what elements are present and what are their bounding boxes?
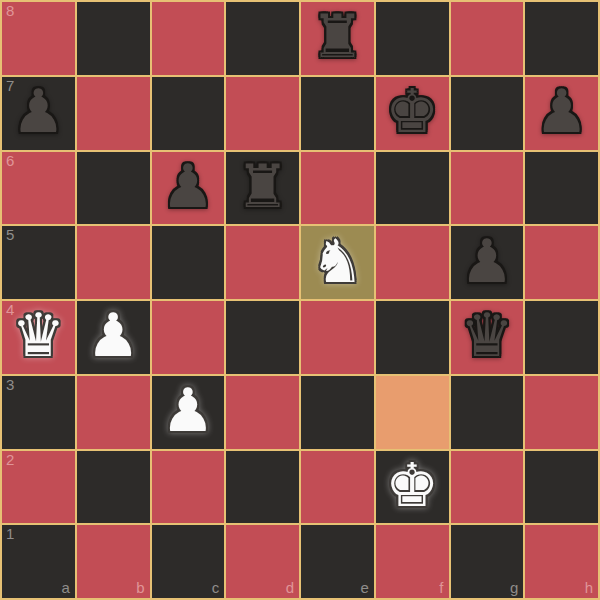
square-h7[interactable]: ♟	[525, 77, 598, 150]
white-pawn-icon[interactable]: ♟	[86, 305, 140, 365]
file-label-e: e	[360, 580, 368, 597]
black-rook-icon[interactable]: ♜	[310, 6, 364, 66]
square-a2[interactable]: 2	[2, 451, 75, 524]
square-b3[interactable]	[77, 376, 150, 449]
square-f5[interactable]	[376, 226, 449, 299]
white-king-icon[interactable]: ♚	[385, 455, 439, 515]
square-h1[interactable]: h	[525, 525, 598, 598]
square-e1[interactable]: e	[301, 525, 374, 598]
square-g4[interactable]: ♛	[451, 301, 524, 374]
file-label-c: c	[212, 580, 220, 597]
file-label-b: b	[136, 580, 144, 597]
file-label-g: g	[510, 580, 518, 597]
square-b6[interactable]	[77, 152, 150, 225]
square-h2[interactable]	[525, 451, 598, 524]
rank-label-5: 5	[6, 227, 14, 244]
square-b1[interactable]: b	[77, 525, 150, 598]
square-d7[interactable]	[226, 77, 299, 150]
chess-board: 8♜7♟♚♟6♟♜5♞♟4♛♟♛3♟2♚1abcdefgh	[0, 0, 600, 600]
file-label-h: h	[585, 580, 593, 597]
square-g7[interactable]	[451, 77, 524, 150]
square-f6[interactable]	[376, 152, 449, 225]
file-label-f: f	[439, 580, 443, 597]
square-a4[interactable]: 4♛	[2, 301, 75, 374]
rank-label-1: 1	[6, 526, 14, 543]
white-pawn-icon[interactable]: ♟	[161, 380, 215, 440]
square-a5[interactable]: 5	[2, 226, 75, 299]
square-h6[interactable]	[525, 152, 598, 225]
square-d4[interactable]	[226, 301, 299, 374]
square-d5[interactable]	[226, 226, 299, 299]
square-e6[interactable]	[301, 152, 374, 225]
square-g5[interactable]: ♟	[451, 226, 524, 299]
square-d3[interactable]	[226, 376, 299, 449]
square-g2[interactable]	[451, 451, 524, 524]
square-b5[interactable]	[77, 226, 150, 299]
square-h4[interactable]	[525, 301, 598, 374]
square-a6[interactable]: 6	[2, 152, 75, 225]
square-d1[interactable]: d	[226, 525, 299, 598]
square-a7[interactable]: 7♟	[2, 77, 75, 150]
square-f1[interactable]: f	[376, 525, 449, 598]
square-g6[interactable]	[451, 152, 524, 225]
square-c4[interactable]	[152, 301, 225, 374]
square-c5[interactable]	[152, 226, 225, 299]
rank-label-2: 2	[6, 452, 14, 469]
rank-label-8: 8	[6, 3, 14, 20]
square-h5[interactable]	[525, 226, 598, 299]
square-c1[interactable]: c	[152, 525, 225, 598]
rank-label-3: 3	[6, 377, 14, 394]
square-e2[interactable]	[301, 451, 374, 524]
square-e8[interactable]: ♜	[301, 2, 374, 75]
square-b4[interactable]: ♟	[77, 301, 150, 374]
black-king-icon[interactable]: ♚	[385, 81, 439, 141]
square-e4[interactable]	[301, 301, 374, 374]
square-f2[interactable]: ♚	[376, 451, 449, 524]
square-a3[interactable]: 3	[2, 376, 75, 449]
square-c7[interactable]	[152, 77, 225, 150]
black-queen-icon[interactable]: ♛	[460, 305, 514, 365]
white-queen-icon[interactable]: ♛	[11, 305, 65, 365]
square-a8[interactable]: 8	[2, 2, 75, 75]
square-e3[interactable]	[301, 376, 374, 449]
square-f8[interactable]	[376, 2, 449, 75]
square-b8[interactable]	[77, 2, 150, 75]
square-c2[interactable]	[152, 451, 225, 524]
square-e7[interactable]	[301, 77, 374, 150]
square-h8[interactable]	[525, 2, 598, 75]
black-pawn-icon[interactable]: ♟	[535, 81, 589, 141]
black-pawn-icon[interactable]: ♟	[161, 156, 215, 216]
square-c8[interactable]	[152, 2, 225, 75]
file-label-d: d	[286, 580, 294, 597]
square-f3[interactable]	[376, 376, 449, 449]
black-pawn-icon[interactable]: ♟	[460, 231, 514, 291]
square-d2[interactable]	[226, 451, 299, 524]
square-b2[interactable]	[77, 451, 150, 524]
square-g1[interactable]: g	[451, 525, 524, 598]
square-c3[interactable]: ♟	[152, 376, 225, 449]
square-g8[interactable]	[451, 2, 524, 75]
square-e5[interactable]: ♞	[301, 226, 374, 299]
square-f4[interactable]	[376, 301, 449, 374]
black-pawn-icon[interactable]: ♟	[11, 81, 65, 141]
rank-label-6: 6	[6, 153, 14, 170]
square-d6[interactable]: ♜	[226, 152, 299, 225]
white-knight-icon[interactable]: ♞	[310, 231, 364, 291]
square-b7[interactable]	[77, 77, 150, 150]
square-d8[interactable]	[226, 2, 299, 75]
black-rook-icon[interactable]: ♜	[236, 156, 290, 216]
square-g3[interactable]	[451, 376, 524, 449]
square-f7[interactable]: ♚	[376, 77, 449, 150]
square-c6[interactable]: ♟	[152, 152, 225, 225]
square-a1[interactable]: 1a	[2, 525, 75, 598]
square-h3[interactable]	[525, 376, 598, 449]
file-label-a: a	[61, 580, 69, 597]
